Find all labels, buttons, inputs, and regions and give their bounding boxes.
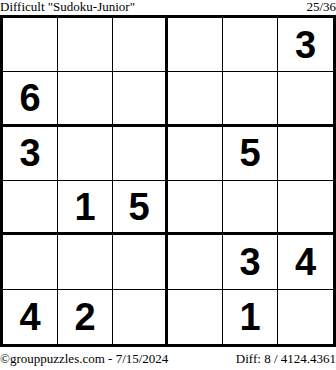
- cell-r1c2[interactable]: [58, 18, 113, 72]
- page-header: Difficult "Sudoku-Junior" 25/36: [0, 0, 336, 15]
- cell-r3c6[interactable]: [278, 127, 333, 181]
- copyright-date: ©grouppuzzles.com - 7/15/2024: [0, 351, 168, 367]
- cell-r4c6[interactable]: [278, 181, 333, 235]
- cell-r6c1[interactable]: 4: [3, 290, 58, 344]
- cell-r2c6[interactable]: [278, 72, 333, 126]
- cell-r2c1[interactable]: 6: [3, 72, 58, 126]
- cell-r5c3[interactable]: [113, 235, 168, 289]
- cell-r4c1[interactable]: [3, 181, 58, 235]
- cell-r1c1[interactable]: [3, 18, 58, 72]
- cell-r1c4[interactable]: [168, 18, 223, 72]
- cell-r6c3[interactable]: [113, 290, 168, 344]
- cell-r6c6[interactable]: [278, 290, 333, 344]
- cells-remaining-counter: 25/36: [306, 0, 336, 14]
- cell-r1c5[interactable]: [223, 18, 278, 72]
- given-digit: 4: [295, 243, 316, 281]
- given-digit: 6: [19, 79, 40, 117]
- given-digit: 5: [239, 134, 260, 172]
- given-digit: 5: [128, 188, 149, 226]
- cell-r1c6[interactable]: 3: [278, 18, 333, 72]
- cell-r1c3[interactable]: [113, 18, 168, 72]
- cell-r3c5[interactable]: 5: [223, 127, 278, 181]
- sudoku-board: 36351534421: [0, 15, 336, 347]
- given-digit: 4: [19, 298, 40, 336]
- given-digit: 1: [74, 188, 95, 226]
- cell-r2c4[interactable]: [168, 72, 223, 126]
- difficulty-rating: Diff: 8 / 4124.4361: [236, 351, 336, 367]
- cell-r3c1[interactable]: 3: [3, 127, 58, 181]
- page-footer: ©grouppuzzles.com - 7/15/2024 Diff: 8 / …: [0, 347, 336, 370]
- given-digit: 3: [239, 243, 260, 281]
- cell-r5c6[interactable]: 4: [278, 235, 333, 289]
- cell-r5c5[interactable]: 3: [223, 235, 278, 289]
- cell-r3c3[interactable]: [113, 127, 168, 181]
- given-digit: 3: [19, 134, 40, 172]
- cell-r3c4[interactable]: [168, 127, 223, 181]
- cell-r6c4[interactable]: [168, 290, 223, 344]
- cell-r3c2[interactable]: [58, 127, 113, 181]
- cell-r2c2[interactable]: [58, 72, 113, 126]
- cell-r4c3[interactable]: 5: [113, 181, 168, 235]
- cell-r6c5[interactable]: 1: [223, 290, 278, 344]
- cell-r2c5[interactable]: [223, 72, 278, 126]
- cell-r5c2[interactable]: [58, 235, 113, 289]
- cell-r4c4[interactable]: [168, 181, 223, 235]
- given-digit: 1: [239, 298, 260, 336]
- cell-r4c2[interactable]: 1: [58, 181, 113, 235]
- cell-r4c5[interactable]: [223, 181, 278, 235]
- cell-r2c3[interactable]: [113, 72, 168, 126]
- cell-r5c4[interactable]: [168, 235, 223, 289]
- cell-r6c2[interactable]: 2: [58, 290, 113, 344]
- cell-r5c1[interactable]: [3, 235, 58, 289]
- puzzle-title: Difficult "Sudoku-Junior": [0, 0, 135, 14]
- given-digit: 2: [74, 298, 95, 336]
- given-digit: 3: [295, 26, 316, 64]
